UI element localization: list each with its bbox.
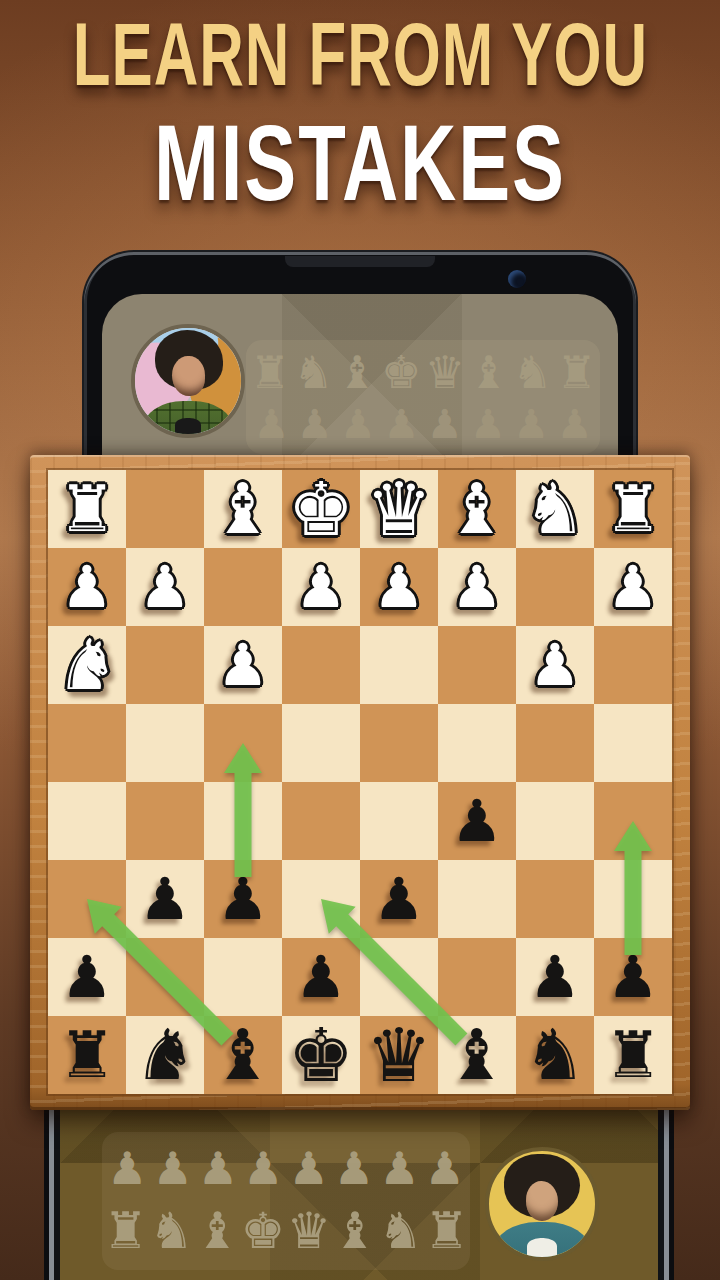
square-f4[interactable] — [204, 704, 282, 782]
captured-pawn-icon: ♟ — [379, 1146, 419, 1191]
square-c6[interactable] — [438, 860, 516, 938]
captured-rook-icon: ♜ — [424, 1206, 469, 1256]
square-d4[interactable] — [360, 704, 438, 782]
square-e5[interactable] — [282, 782, 360, 860]
square-g7[interactable] — [126, 938, 204, 1016]
captured-pawn-icon: ♟ — [198, 1146, 238, 1191]
captured-rook-icon: ♜ — [103, 1206, 148, 1256]
captured-rook-icon: ♜ — [249, 350, 289, 395]
white-pawn-f3[interactable]: ♟ — [204, 626, 282, 704]
app-screenshot: { "title": { "line1": "LEARN FROM YOU", … — [0, 0, 720, 1280]
captured-pawn-icon: ♟ — [334, 1146, 374, 1191]
player-avatar[interactable] — [485, 1147, 599, 1261]
white-pawn-d2[interactable]: ♟ — [360, 548, 438, 626]
avatar-face — [172, 356, 205, 396]
white-bishop-f1[interactable]: ♝ — [204, 470, 282, 548]
captured-queen-icon: ♛ — [286, 1206, 331, 1256]
black-pawn-d6[interactable]: ♟ — [360, 860, 438, 938]
captured-king-icon: ♚ — [381, 350, 421, 395]
white-queen-d1[interactable]: ♛ — [360, 470, 438, 548]
square-a3[interactable] — [594, 626, 672, 704]
square-a5[interactable] — [594, 782, 672, 860]
player-captured-tray: ♟♟♟♟♟♟♟♟ ♜♞♝♚♛♝♞♜ — [102, 1132, 470, 1270]
white-pawn-a2[interactable]: ♟ — [594, 548, 672, 626]
black-king-e8[interactable]: ♚ — [282, 1016, 360, 1094]
captured-bishop-icon: ♝ — [332, 1206, 377, 1256]
square-f2[interactable] — [204, 548, 282, 626]
captured-pawns-row: ♟♟♟♟♟♟♟♟ — [102, 1146, 470, 1191]
avatar-tshirt — [175, 418, 201, 434]
black-pawn-a7[interactable]: ♟ — [594, 938, 672, 1016]
square-d5[interactable] — [360, 782, 438, 860]
captured-pawn-icon: ♟ — [513, 404, 549, 444]
captured-pawn-icon: ♟ — [288, 1146, 328, 1191]
square-f7[interactable] — [204, 938, 282, 1016]
square-c4[interactable] — [438, 704, 516, 782]
square-a4[interactable] — [594, 704, 672, 782]
black-rook-h8[interactable]: ♜ — [48, 1016, 126, 1094]
captured-pawn-icon: ♟ — [253, 404, 289, 444]
captured-pawn-icon: ♟ — [297, 404, 333, 444]
headline-line1: LEARN FROM YOU — [72, 3, 647, 105]
captured-pawns-row: ♟♟♟♟♟♟♟♟ — [246, 404, 600, 444]
black-rook-a8[interactable]: ♜ — [594, 1016, 672, 1094]
white-knight-h3[interactable]: ♞ — [48, 626, 126, 704]
square-d7[interactable] — [360, 938, 438, 1016]
square-g1[interactable] — [126, 470, 204, 548]
black-pawn-h7[interactable]: ♟ — [48, 938, 126, 1016]
avatar-face — [526, 1181, 558, 1221]
white-rook-h1[interactable]: ♜ — [48, 470, 126, 548]
captured-pawn-icon: ♟ — [470, 404, 506, 444]
avatar-tshirt — [527, 1238, 557, 1257]
captured-pawn-icon: ♟ — [152, 1146, 192, 1191]
phone-front-camera-icon — [508, 270, 526, 288]
black-pawn-c5[interactable]: ♟ — [438, 782, 516, 860]
phone-speaker — [285, 256, 435, 267]
white-pawn-g2[interactable]: ♟ — [126, 548, 204, 626]
black-knight-g8[interactable]: ♞ — [126, 1016, 204, 1094]
black-pawn-e7[interactable]: ♟ — [282, 938, 360, 1016]
square-d3[interactable] — [360, 626, 438, 704]
captured-rook-icon: ♜ — [556, 350, 596, 395]
captured-knight-icon: ♞ — [149, 1206, 194, 1256]
square-a6[interactable] — [594, 860, 672, 938]
captured-king-icon: ♚ — [241, 1206, 286, 1256]
black-pawn-f6[interactable]: ♟ — [204, 860, 282, 938]
square-b2[interactable] — [516, 548, 594, 626]
captured-pawn-icon: ♟ — [425, 1146, 465, 1191]
black-bishop-f8[interactable]: ♝ — [204, 1016, 282, 1094]
square-c3[interactable] — [438, 626, 516, 704]
white-king-e1[interactable]: ♚ — [282, 470, 360, 548]
captured-knight-icon: ♞ — [512, 350, 552, 395]
captured-bishop-icon: ♝ — [469, 350, 509, 395]
captured-pawn-icon: ♟ — [107, 1146, 147, 1191]
square-g3[interactable] — [126, 626, 204, 704]
square-e6[interactable] — [282, 860, 360, 938]
captured-pieces-row: ♜♞♝♚♛♝♞♜ — [102, 1206, 470, 1256]
white-pawn-e2[interactable]: ♟ — [282, 548, 360, 626]
square-b6[interactable] — [516, 860, 594, 938]
white-pawn-h2[interactable]: ♟ — [48, 548, 126, 626]
square-f5[interactable] — [204, 782, 282, 860]
black-bishop-c8[interactable]: ♝ — [438, 1016, 516, 1094]
captured-pawn-icon: ♟ — [340, 404, 376, 444]
black-knight-b8[interactable]: ♞ — [516, 1016, 594, 1094]
square-h6[interactable] — [48, 860, 126, 938]
square-h4[interactable] — [48, 704, 126, 782]
square-b5[interactable] — [516, 782, 594, 860]
captured-pieces-row: ♜♞♝♚♛♝♞♜ — [246, 350, 600, 395]
captured-pawn-icon: ♟ — [243, 1146, 283, 1191]
square-h5[interactable] — [48, 782, 126, 860]
captured-pawn-icon: ♟ — [383, 404, 419, 444]
captured-bishop-icon: ♝ — [337, 350, 377, 395]
opponent-captured-tray: ♜♞♝♚♛♝♞♜ ♟♟♟♟♟♟♟♟ — [246, 340, 600, 454]
captured-knight-icon: ♞ — [293, 350, 333, 395]
black-pawn-b7[interactable]: ♟ — [516, 938, 594, 1016]
captured-knight-icon: ♞ — [378, 1206, 423, 1256]
white-rook-a1[interactable]: ♜ — [594, 470, 672, 548]
chess-board: ♜♞♝♛♚♝♜♟♟♟♟♟♟♟♟♞♜♞♝♛♚♝♞♜♟♟♟♟♟♟♟♟ — [30, 455, 690, 1110]
white-bishop-c1[interactable]: ♝ — [438, 470, 516, 548]
square-g5[interactable] — [126, 782, 204, 860]
headline-line2: MISTAKES — [18, 101, 702, 225]
black-queen-d8[interactable]: ♛ — [360, 1016, 438, 1094]
square-e4[interactable] — [282, 704, 360, 782]
square-c7[interactable] — [438, 938, 516, 1016]
square-e3[interactable] — [282, 626, 360, 704]
white-pawn-b3[interactable]: ♟ — [516, 626, 594, 704]
square-b4[interactable] — [516, 704, 594, 782]
square-g4[interactable] — [126, 704, 204, 782]
captured-pawn-icon: ♟ — [557, 404, 593, 444]
captured-bishop-icon: ♝ — [195, 1206, 240, 1256]
black-pawn-g6[interactable]: ♟ — [126, 860, 204, 938]
captured-queen-icon: ♛ — [425, 350, 465, 395]
white-knight-b1[interactable]: ♞ — [516, 470, 594, 548]
white-pawn-c2[interactable]: ♟ — [438, 548, 516, 626]
headline: LEARN FROM YOU MISTAKES — [0, 18, 720, 210]
opponent-avatar[interactable] — [131, 324, 245, 438]
captured-pawn-icon: ♟ — [427, 404, 463, 444]
